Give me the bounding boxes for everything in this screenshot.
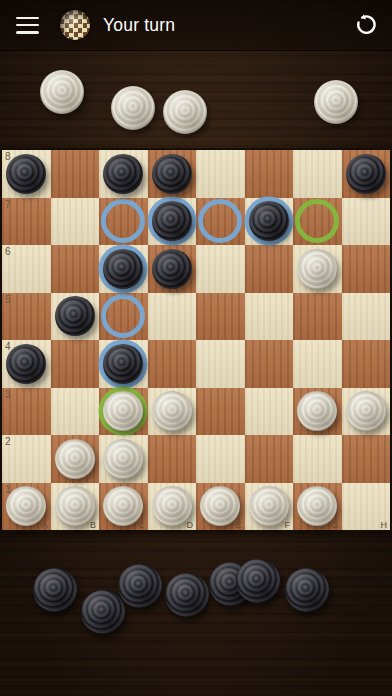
file-label-G: G xyxy=(331,520,338,530)
square-d6[interactable] xyxy=(148,245,197,293)
white-man-e1[interactable] xyxy=(200,486,240,526)
square-c3[interactable] xyxy=(99,388,148,436)
square-a5[interactable]: 5 xyxy=(2,293,51,341)
square-b4[interactable] xyxy=(51,340,100,388)
white-man-b2[interactable] xyxy=(55,439,95,479)
black-man-f7[interactable] xyxy=(249,201,289,241)
square-a4[interactable]: 4 xyxy=(2,340,51,388)
square-f2[interactable] xyxy=(245,435,294,483)
square-h1[interactable]: H xyxy=(342,483,391,531)
square-b5[interactable] xyxy=(51,293,100,341)
checkered-ball-app-icon xyxy=(60,10,90,40)
file-label-C: C xyxy=(138,520,145,530)
status-title: Your turn xyxy=(103,15,175,36)
square-d2[interactable] xyxy=(148,435,197,483)
white-man-g3[interactable] xyxy=(297,391,337,431)
square-g7[interactable] xyxy=(293,198,342,246)
square-b2[interactable] xyxy=(51,435,100,483)
square-b6[interactable] xyxy=(51,245,100,293)
board: 87654321ABCDEFGH xyxy=(2,150,390,530)
square-f7[interactable] xyxy=(245,198,294,246)
white-man-h3[interactable] xyxy=(346,391,386,431)
file-label-F: F xyxy=(285,520,291,530)
white-man-f1[interactable] xyxy=(249,486,289,526)
rank-label-3: 3 xyxy=(5,389,11,400)
square-c4[interactable] xyxy=(99,340,148,388)
square-g5[interactable] xyxy=(293,293,342,341)
square-h6[interactable] xyxy=(342,245,391,293)
square-e6[interactable] xyxy=(196,245,245,293)
rank-label-2: 2 xyxy=(5,436,11,447)
rank-label-6: 6 xyxy=(5,246,11,257)
square-g6[interactable] xyxy=(293,245,342,293)
square-h8[interactable] xyxy=(342,150,391,198)
black-man-a4[interactable] xyxy=(6,344,46,384)
square-e1[interactable]: E xyxy=(196,483,245,531)
square-e7[interactable] xyxy=(196,198,245,246)
captured-black-piece-7 xyxy=(285,568,329,612)
move-hint-ring-blue xyxy=(101,199,145,243)
captured-black-piece-6 xyxy=(236,559,280,603)
app-screen: Your turn 87654321ABCDEFGH xyxy=(0,0,392,696)
square-c1[interactable]: C xyxy=(99,483,148,531)
file-label-E: E xyxy=(235,520,241,530)
square-e8[interactable] xyxy=(196,150,245,198)
rank-label-4: 4 xyxy=(5,341,11,352)
square-h4[interactable] xyxy=(342,340,391,388)
square-f6[interactable] xyxy=(245,245,294,293)
square-b8[interactable] xyxy=(51,150,100,198)
captured-black-piece-2 xyxy=(81,590,125,634)
black-man-d8[interactable] xyxy=(152,154,192,194)
captured-black-piece-4 xyxy=(165,573,209,617)
black-man-h8[interactable] xyxy=(346,154,386,194)
white-man-g6[interactable] xyxy=(297,249,337,289)
file-label-A: A xyxy=(41,520,47,530)
square-g3[interactable] xyxy=(293,388,342,436)
captured-white-piece-4 xyxy=(314,80,358,124)
square-h3[interactable] xyxy=(342,388,391,436)
black-man-c6[interactable] xyxy=(103,249,143,289)
file-label-D: D xyxy=(187,520,194,530)
square-f3[interactable] xyxy=(245,388,294,436)
move-hint-ring-blue xyxy=(198,199,242,243)
black-man-c8[interactable] xyxy=(103,154,143,194)
square-g8[interactable] xyxy=(293,150,342,198)
square-h5[interactable] xyxy=(342,293,391,341)
square-e2[interactable] xyxy=(196,435,245,483)
square-a6[interactable]: 6 xyxy=(2,245,51,293)
black-man-d6[interactable] xyxy=(152,249,192,289)
square-a2[interactable]: 2 xyxy=(2,435,51,483)
white-man-a1[interactable] xyxy=(6,486,46,526)
black-man-d7[interactable] xyxy=(152,201,192,241)
square-f8[interactable] xyxy=(245,150,294,198)
square-h2[interactable] xyxy=(342,435,391,483)
square-a3[interactable]: 3 xyxy=(2,388,51,436)
square-g2[interactable] xyxy=(293,435,342,483)
white-man-b1[interactable] xyxy=(55,486,95,526)
hamburger-menu-icon[interactable] xyxy=(16,17,39,34)
square-a8[interactable]: 8 xyxy=(2,150,51,198)
square-b1[interactable]: B xyxy=(51,483,100,531)
file-label-B: B xyxy=(90,520,96,530)
square-c5[interactable] xyxy=(99,293,148,341)
square-d8[interactable] xyxy=(148,150,197,198)
square-a7[interactable]: 7 xyxy=(2,198,51,246)
captured-black-piece-1 xyxy=(33,568,77,612)
square-c2[interactable] xyxy=(99,435,148,483)
square-f4[interactable] xyxy=(245,340,294,388)
square-e5[interactable] xyxy=(196,293,245,341)
rank-label-8: 8 xyxy=(5,151,11,162)
captured-white-piece-3 xyxy=(163,90,207,134)
square-b3[interactable] xyxy=(51,388,100,436)
top-bar: Your turn xyxy=(0,0,392,51)
square-e4[interactable] xyxy=(196,340,245,388)
square-b7[interactable] xyxy=(51,198,100,246)
square-g4[interactable] xyxy=(293,340,342,388)
square-f1[interactable]: F xyxy=(245,483,294,531)
rank-label-5: 5 xyxy=(5,294,11,305)
white-man-c3[interactable] xyxy=(103,391,143,431)
black-man-c4[interactable] xyxy=(103,344,143,384)
captured-black-piece-3 xyxy=(118,564,162,608)
square-d4[interactable] xyxy=(148,340,197,388)
square-h7[interactable] xyxy=(342,198,391,246)
captured-white-piece-2 xyxy=(111,86,155,130)
square-f5[interactable] xyxy=(245,293,294,341)
move-hint-ring-blue xyxy=(101,294,145,338)
white-man-d3[interactable] xyxy=(152,391,192,431)
refresh-icon[interactable] xyxy=(354,13,378,37)
move-hint-ring-green xyxy=(295,199,339,243)
square-d5[interactable] xyxy=(148,293,197,341)
square-d1[interactable]: D xyxy=(148,483,197,531)
square-c6[interactable] xyxy=(99,245,148,293)
rank-label-1: 1 xyxy=(5,484,11,495)
square-c8[interactable] xyxy=(99,150,148,198)
black-man-b5[interactable] xyxy=(55,296,95,336)
square-d3[interactable] xyxy=(148,388,197,436)
square-c7[interactable] xyxy=(99,198,148,246)
square-e3[interactable] xyxy=(196,388,245,436)
square-d7[interactable] xyxy=(148,198,197,246)
captured-white-piece-1 xyxy=(40,70,84,114)
square-g1[interactable]: G xyxy=(293,483,342,531)
square-a1[interactable]: 1A xyxy=(2,483,51,531)
rank-label-7: 7 xyxy=(5,199,11,210)
file-label-H: H xyxy=(381,520,388,530)
black-man-a8[interactable] xyxy=(6,154,46,194)
white-man-c2[interactable] xyxy=(103,439,143,479)
